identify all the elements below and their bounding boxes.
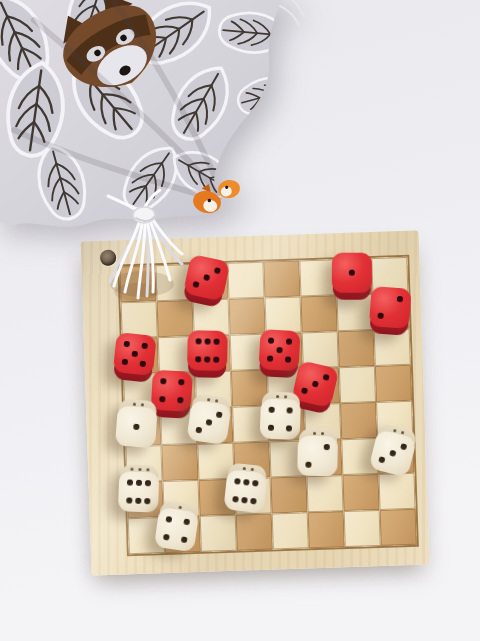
die-top-face <box>186 400 231 445</box>
white-die-6-d2[interactable] <box>223 462 268 513</box>
die-top-face <box>113 332 157 376</box>
drawstring-tassel <box>98 204 198 308</box>
red-die-1-g8[interactable] <box>332 253 372 300</box>
die-top-face <box>369 286 412 329</box>
red-die-5-a6[interactable] <box>112 332 157 383</box>
red-die-6-c6[interactable] <box>187 330 228 378</box>
white-die-4-e4[interactable] <box>260 391 302 439</box>
white-die-3-c4[interactable] <box>186 393 232 445</box>
bag-body <box>0 0 304 227</box>
white-die-3-h3[interactable] <box>369 422 419 477</box>
white-die-4-b1[interactable] <box>154 500 200 552</box>
die-top-face <box>332 253 372 293</box>
die-top-face <box>223 469 267 513</box>
bag-fringe <box>280 0 304 25</box>
red-die-5-e6[interactable] <box>258 329 300 378</box>
die-top-face <box>297 436 338 477</box>
die-top-face <box>118 471 159 512</box>
red-die-2-h7[interactable] <box>368 286 411 336</box>
scene <box>0 0 480 641</box>
die-top-face <box>115 406 158 449</box>
white-die-6-a2[interactable] <box>118 464 160 512</box>
die-top-face <box>260 398 301 439</box>
die-top-face <box>154 507 199 552</box>
white-die-1-a4[interactable] <box>115 399 158 449</box>
white-die-2-f3[interactable] <box>297 429 338 477</box>
die-top-face <box>259 329 301 371</box>
die-top-face <box>187 330 228 371</box>
